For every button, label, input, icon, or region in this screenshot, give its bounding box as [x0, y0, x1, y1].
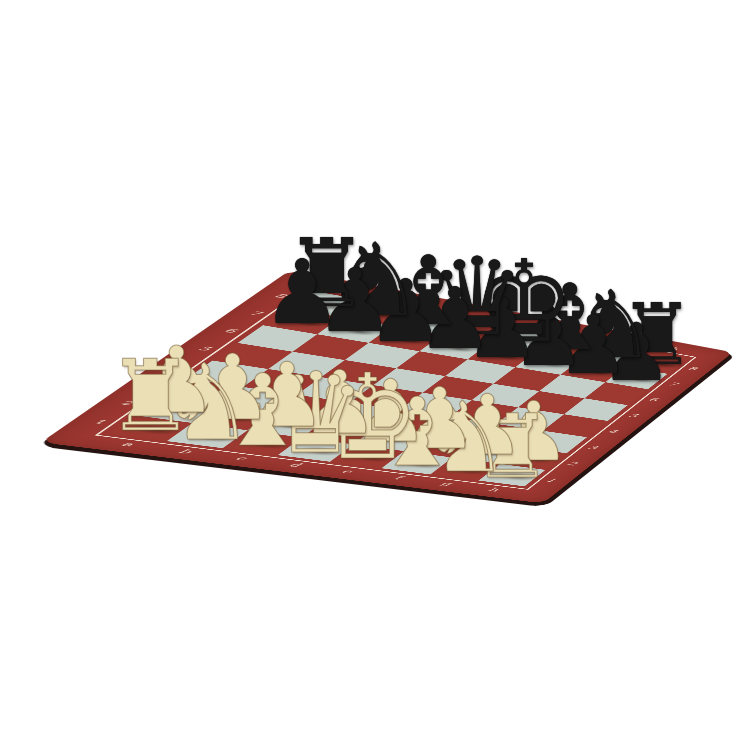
board-grid [108, 291, 687, 487]
chess-set-photo: abcdefgh abcdefgh 87654321 87654321 ♜♞♝♛… [0, 0, 750, 750]
chess-board-mat: abcdefgh abcdefgh 87654321 87654321 [41, 270, 733, 503]
mat-surface: abcdefgh abcdefgh 87654321 87654321 [41, 270, 733, 503]
